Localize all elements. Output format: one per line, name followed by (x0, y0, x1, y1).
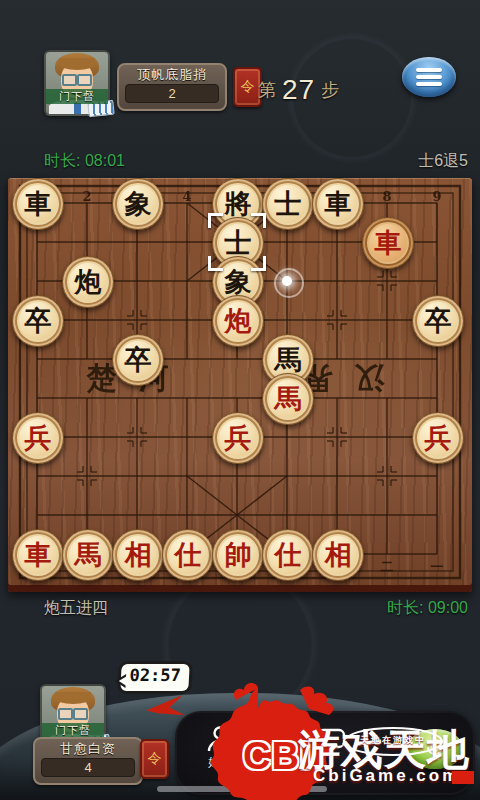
player-duration: 时长: 09:00 (387, 598, 468, 619)
opponent-name: 门下督 (46, 89, 108, 104)
piece-red-馬-f6r5[interactable]: 馬 (262, 373, 314, 425)
piece-black-士-f6r0[interactable]: 士 (262, 178, 314, 230)
piece-red-車-f8r1[interactable]: 車 (362, 217, 414, 269)
coord-top-4: 4 (177, 189, 197, 204)
player-medal-badge[interactable]: 令 (140, 739, 169, 779)
piece-black-炮-f2r2[interactable]: 炮 (62, 256, 114, 308)
piece-black-卒-f3r4[interactable]: 卒 (112, 334, 164, 386)
red-last-move: 炮五进四 (44, 598, 108, 619)
piece-red-相-f3r9[interactable]: 相 (112, 529, 164, 581)
coord-top-9: 9 (427, 189, 447, 204)
menu-button[interactable] (402, 57, 456, 97)
avatar-tie (74, 103, 81, 114)
step-number: 27 (282, 74, 315, 106)
player-name: 门下督 (42, 723, 104, 738)
piece-red-兵-f9r6[interactable]: 兵 (412, 412, 464, 464)
step-counter: 第 27 步 (258, 74, 339, 106)
black-last-move: 士6退5 (418, 151, 468, 172)
step-suffix: 步 (321, 78, 339, 102)
game-screen: 门下督 顶帆底脂捎 2 令 第 27 步 时长: 08:01 士6退5 楚河 汉… (0, 0, 480, 800)
move-timer-bubble: 02:57 (117, 661, 193, 694)
friend-label[interactable]: 好友 (198, 754, 242, 771)
coord-bottom-9: 一 (427, 558, 447, 576)
piece-black-卒-f9r3[interactable]: 卒 (412, 295, 464, 347)
voice-button[interactable] (407, 729, 463, 769)
piece-red-兵-f1r6[interactable]: 兵 (12, 412, 64, 464)
microphone-icon (422, 736, 448, 762)
piece-red-仕-f6r9[interactable]: 仕 (262, 529, 314, 581)
coord-bottom-8: 二 (377, 558, 397, 576)
piece-black-象-f3r0[interactable]: 象 (112, 178, 164, 230)
player-plate-title: 甘愈白资 (35, 739, 141, 758)
avatar-fringe (59, 58, 95, 70)
piece-red-帥-f5r9[interactable]: 帥 (212, 529, 264, 581)
piece-red-炮-f5r3[interactable]: 炮 (212, 295, 264, 347)
opponent-plate-value: 2 (125, 84, 219, 103)
last-move-origin-marker (274, 268, 304, 298)
glasses-icon (62, 74, 92, 83)
player-plate-value: 4 (41, 758, 135, 777)
piece-red-仕-f4r9[interactable]: 仕 (162, 529, 214, 581)
piece-red-車-f1r9[interactable]: 車 (12, 529, 64, 581)
coord-top-2: 2 (77, 189, 97, 204)
opponent-plate-title: 顶帆底脂捎 (119, 65, 225, 84)
home-indicator[interactable] (157, 786, 327, 792)
step-prefix: 第 (258, 78, 276, 102)
coord-top-8: 8 (377, 189, 397, 204)
menu-icon (416, 68, 442, 72)
glasses-icon (58, 708, 88, 717)
piece-red-相-f7r9[interactable]: 相 (312, 529, 364, 581)
opponent-score-plate: 顶帆底脂捎 2 (117, 63, 227, 111)
piece-black-車-f1r0[interactable]: 車 (12, 178, 64, 230)
piece-black-卒-f1r3[interactable]: 卒 (12, 295, 64, 347)
chat-icon[interactable] (316, 728, 346, 754)
piece-red-馬-f2r9[interactable]: 馬 (62, 529, 114, 581)
xiangqi-board[interactable]: 楚河 汉界 123456789九八七六五四三二一車象將士車士車炮象卒炮卒卒馬馬兵… (8, 178, 472, 592)
friend-icon[interactable] (204, 724, 236, 754)
opponent-avatar[interactable]: 门下督 (44, 50, 110, 116)
piece-black-車-f7r0[interactable]: 車 (312, 178, 364, 230)
piece-red-兵-f5r6[interactable]: 兵 (212, 412, 264, 464)
opponent-duration: 时长: 08:01 (44, 151, 125, 172)
player-score-plate: 甘愈白资 4 (33, 737, 143, 785)
